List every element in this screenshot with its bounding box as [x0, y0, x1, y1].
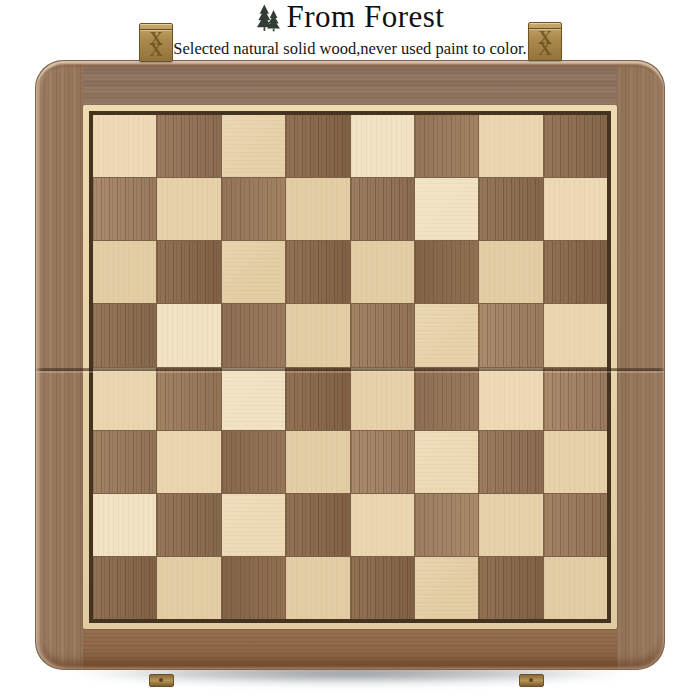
square-f3[interactable]	[415, 431, 478, 493]
square-a3[interactable]	[93, 431, 156, 493]
square-f7[interactable]	[415, 178, 478, 240]
frame-bottom	[36, 629, 664, 669]
square-h8[interactable]	[544, 115, 607, 177]
square-f4[interactable]	[415, 368, 478, 430]
svg-text:X: X	[149, 39, 163, 60]
square-a7[interactable]	[93, 178, 156, 240]
maple-inlay-border	[83, 105, 617, 629]
frame-top	[36, 61, 664, 105]
square-f6[interactable]	[415, 241, 478, 303]
square-e4[interactable]	[351, 368, 414, 430]
square-h3[interactable]	[544, 431, 607, 493]
square-a4[interactable]	[93, 368, 156, 430]
square-d3[interactable]	[286, 431, 349, 493]
fold-seam	[36, 368, 664, 371]
header: From Forest Selected natural solid wood,…	[0, 0, 700, 58]
square-b3[interactable]	[157, 431, 220, 493]
square-b2[interactable]	[157, 494, 220, 556]
square-e1[interactable]	[351, 557, 414, 619]
square-h5[interactable]	[544, 304, 607, 366]
square-c1[interactable]	[222, 557, 285, 619]
hinge-monogram-icon: X X	[140, 28, 172, 61]
bottom-hinge-right	[519, 674, 544, 687]
square-d2[interactable]	[286, 494, 349, 556]
playfield	[93, 115, 607, 619]
square-g1[interactable]	[479, 557, 542, 619]
product-photo: From Forest Selected natural solid wood,…	[0, 0, 700, 700]
square-b6[interactable]	[157, 241, 220, 303]
square-f2[interactable]	[415, 494, 478, 556]
square-e5[interactable]	[351, 304, 414, 366]
brand-title: From Forest	[287, 0, 445, 34]
frame-left	[36, 61, 83, 669]
square-h6[interactable]	[544, 241, 607, 303]
square-b5[interactable]	[157, 304, 220, 366]
brand-title-row: From Forest	[0, 0, 700, 39]
square-g5[interactable]	[479, 304, 542, 366]
square-c6[interactable]	[222, 241, 285, 303]
square-e6[interactable]	[351, 241, 414, 303]
square-g7[interactable]	[479, 178, 542, 240]
square-a5[interactable]	[93, 304, 156, 366]
square-h2[interactable]	[544, 494, 607, 556]
square-g6[interactable]	[479, 241, 542, 303]
square-d1[interactable]	[286, 557, 349, 619]
square-g2[interactable]	[479, 494, 542, 556]
top-hinge-right: X X	[528, 22, 562, 61]
square-e8[interactable]	[351, 115, 414, 177]
square-d6[interactable]	[286, 241, 349, 303]
square-g4[interactable]	[479, 368, 542, 430]
square-b8[interactable]	[157, 115, 220, 177]
hinge-monogram-icon: X X	[529, 27, 561, 60]
square-e7[interactable]	[351, 178, 414, 240]
square-d8[interactable]	[286, 115, 349, 177]
square-f8[interactable]	[415, 115, 478, 177]
square-c2[interactable]	[222, 494, 285, 556]
square-e3[interactable]	[351, 431, 414, 493]
square-c5[interactable]	[222, 304, 285, 366]
square-a8[interactable]	[93, 115, 156, 177]
square-h4[interactable]	[544, 368, 607, 430]
square-g8[interactable]	[479, 115, 542, 177]
square-b1[interactable]	[157, 557, 220, 619]
svg-text:X: X	[538, 38, 552, 59]
square-d7[interactable]	[286, 178, 349, 240]
bottom-hinge-left	[149, 674, 174, 687]
square-h7[interactable]	[544, 178, 607, 240]
square-c7[interactable]	[222, 178, 285, 240]
square-a2[interactable]	[93, 494, 156, 556]
square-c4[interactable]	[222, 368, 285, 430]
frame-right	[617, 61, 664, 669]
square-f5[interactable]	[415, 304, 478, 366]
square-a1[interactable]	[93, 557, 156, 619]
square-c8[interactable]	[222, 115, 285, 177]
tagline: Selected natural solid wood,never used p…	[0, 39, 700, 58]
square-b7[interactable]	[157, 178, 220, 240]
top-hinge-left: X X	[139, 23, 173, 62]
square-b4[interactable]	[157, 368, 220, 430]
square-a6[interactable]	[93, 241, 156, 303]
square-h1[interactable]	[544, 557, 607, 619]
chessboard-box	[35, 60, 665, 670]
square-c3[interactable]	[222, 431, 285, 493]
pine-trees-icon	[256, 3, 280, 39]
square-d5[interactable]	[286, 304, 349, 366]
square-g3[interactable]	[479, 431, 542, 493]
square-d4[interactable]	[286, 368, 349, 430]
dark-inlay-border	[89, 111, 611, 623]
square-f1[interactable]	[415, 557, 478, 619]
square-e2[interactable]	[351, 494, 414, 556]
